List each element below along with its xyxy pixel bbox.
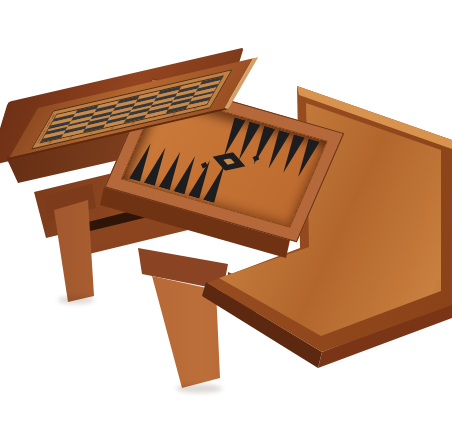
left-foot-shadow [58, 296, 94, 304]
front-foot-shadow [176, 384, 222, 393]
scene: abcdefgh 87654321 [0, 0, 452, 443]
